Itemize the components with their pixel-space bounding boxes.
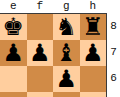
chess-board: ♚♞♜♟♟♝♟♟ [0, 13, 107, 97]
square-g6[interactable]: ♟ [53, 66, 80, 92]
square-e7[interactable]: ♟ [0, 40, 27, 66]
rank-label-6: 6 [107, 65, 120, 91]
square-g5[interactable] [53, 92, 80, 97]
square-f6[interactable] [27, 66, 54, 92]
black-pawn: ♟ [2, 40, 24, 66]
square-e8[interactable]: ♚ [0, 14, 27, 40]
square-h7[interactable]: ♟ [80, 40, 107, 66]
black-pawn: ♟ [55, 66, 77, 92]
rank-labels: 8 7 6 [107, 13, 120, 97]
file-label-e: e [0, 0, 27, 13]
black-pawn: ♟ [29, 40, 51, 66]
black-rook: ♜ [82, 14, 104, 40]
square-e5[interactable] [0, 92, 27, 97]
rank-label-8: 8 [107, 13, 120, 39]
black-bishop: ♝ [55, 40, 77, 66]
square-g7[interactable]: ♝ [53, 40, 80, 66]
chess-diagram: e f g h ♚♞♜♟♟♝♟♟ 8 7 6 [0, 0, 120, 97]
square-h6[interactable] [80, 66, 107, 92]
black-king: ♚ [2, 14, 24, 40]
black-knight: ♞ [55, 14, 77, 40]
square-f8[interactable] [27, 14, 54, 40]
file-label-f: f [27, 0, 54, 13]
square-h8[interactable]: ♜ [80, 14, 107, 40]
file-labels: e f g h [0, 0, 106, 13]
square-h5[interactable] [80, 92, 107, 97]
square-f5[interactable] [27, 92, 54, 97]
rank-label-7: 7 [107, 39, 120, 65]
file-label-h: h [80, 0, 107, 13]
square-g8[interactable]: ♞ [53, 14, 80, 40]
square-e6[interactable] [0, 66, 27, 92]
black-pawn: ♟ [82, 40, 104, 66]
file-label-g: g [53, 0, 80, 13]
square-f7[interactable]: ♟ [27, 40, 54, 66]
